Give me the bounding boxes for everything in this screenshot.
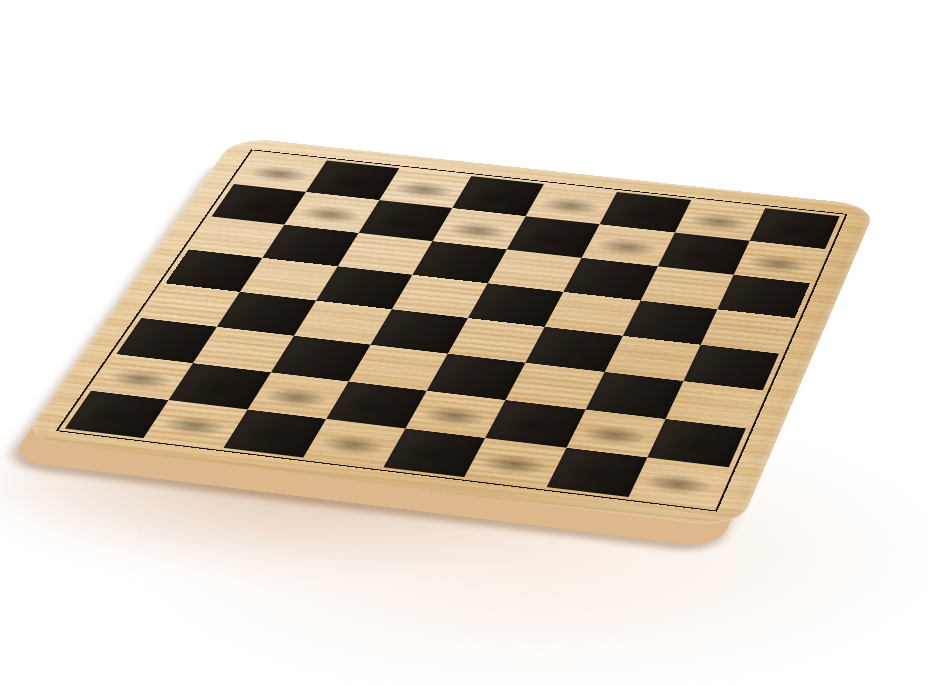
chess-board: ♜♞♝♚♛♝♞♜♟♟♟♟♟♟♟♟♟♟♟♟♟♟♟♟♜♞♝♚♛♝♞♜ xyxy=(21,137,877,529)
playfield: ♜♞♝♚♛♝♞♜♟♟♟♟♟♟♟♟♟♟♟♟♟♟♟♟♜♞♝♚♛♝♞♜ xyxy=(56,149,848,511)
product-photo: ♜♞♝♚♛♝♞♜♟♟♟♟♟♟♟♟♟♟♟♟♟♟♟♟♜♞♝♚♛♝♞♜ xyxy=(0,0,928,686)
square-a3 xyxy=(717,275,810,318)
photo-scene: ♜♞♝♚♛♝♞♜♟♟♟♟♟♟♟♟♟♟♟♟♟♟♟♟♜♞♝♚♛♝♞♜ xyxy=(0,0,928,686)
